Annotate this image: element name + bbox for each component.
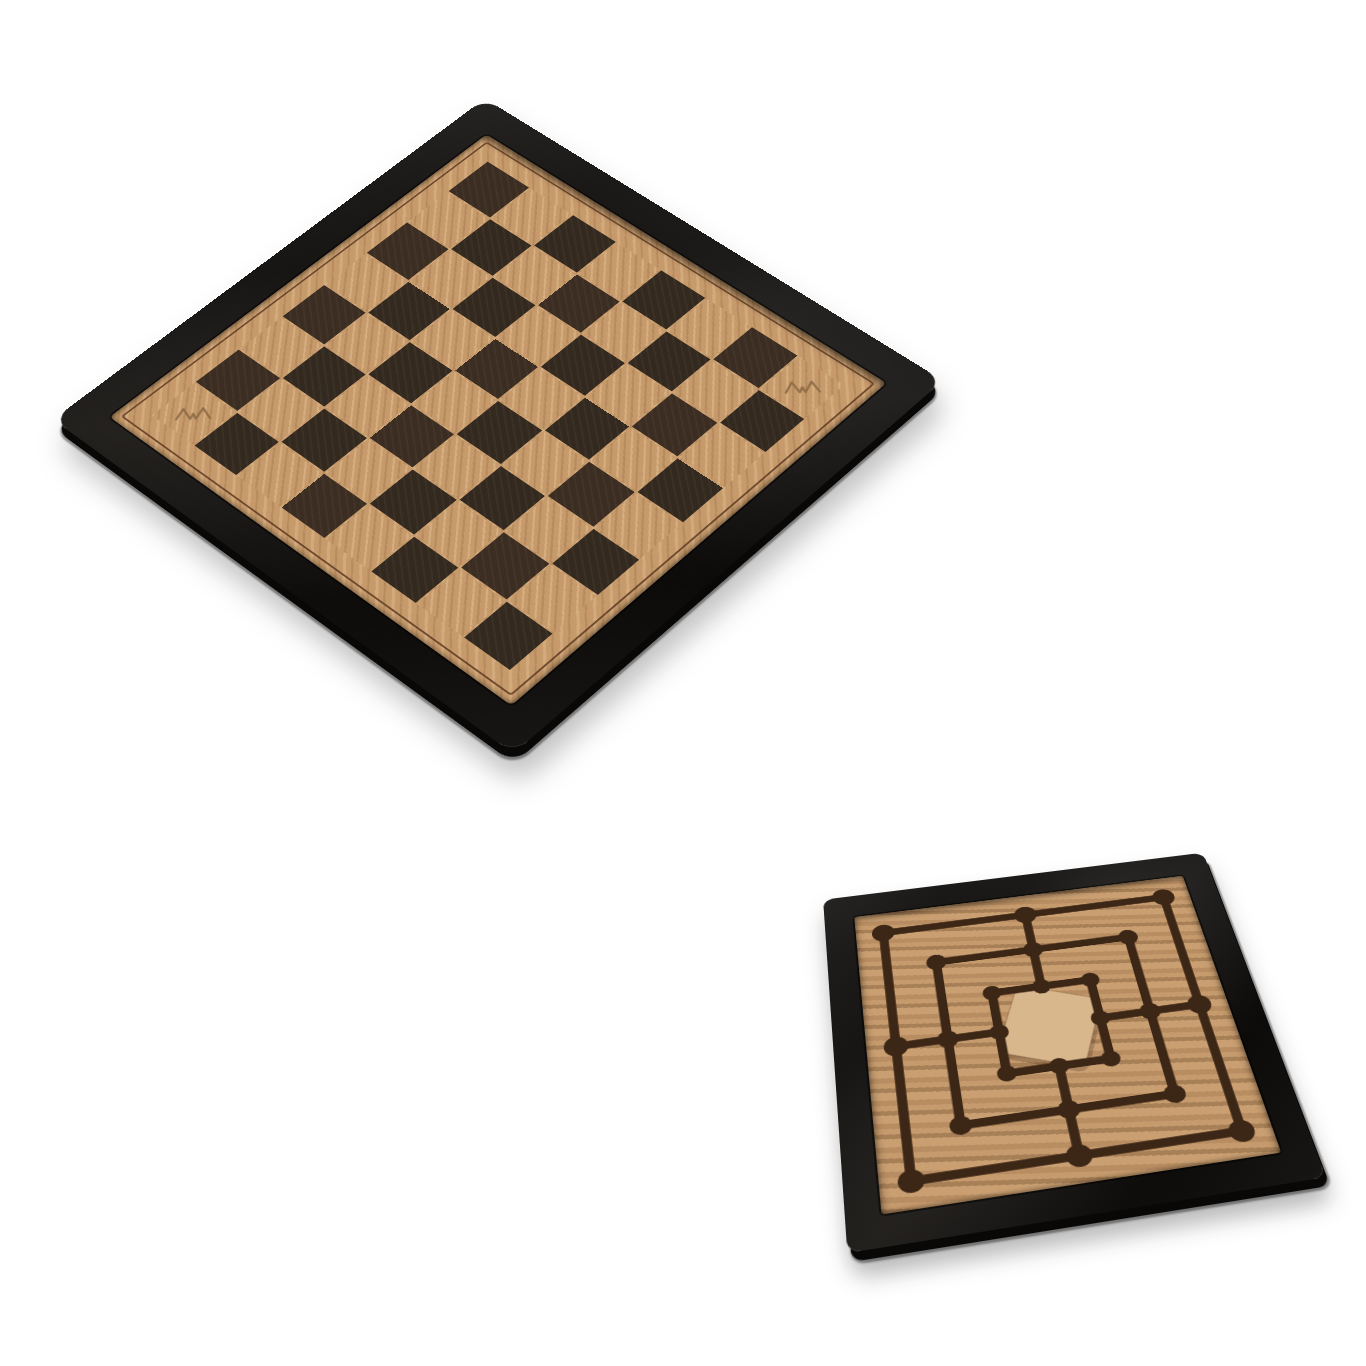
point-g1[interactable] [1226,1118,1258,1143]
point-b4[interactable] [936,1029,960,1049]
point-f2[interactable] [1161,1083,1188,1104]
point-f6[interactable] [1116,929,1140,946]
morris-board [835,810,1265,1240]
point-g4[interactable] [1185,994,1214,1015]
point-e5[interactable] [1079,972,1101,988]
point-d1[interactable] [1064,1143,1095,1169]
point-d6[interactable] [1022,941,1045,958]
chess-wood-border [109,134,886,705]
point-b2[interactable] [948,1115,973,1137]
point-a4[interactable] [883,1035,910,1058]
morris-frame [823,853,1326,1253]
point-d7[interactable] [1013,906,1038,925]
point-b6[interactable] [925,954,947,972]
point-g7[interactable] [1150,888,1176,906]
morris-wood [854,876,1281,1215]
morris-svg [854,876,1281,1215]
chess-board [183,85,813,715]
point-a1[interactable] [897,1168,926,1195]
point-d2[interactable] [1056,1099,1082,1121]
point-f4[interactable] [1138,1002,1163,1021]
point-c5[interactable] [981,985,1002,1002]
chess-frame [53,99,943,754]
product-photo [0,0,1366,1366]
point-e3[interactable] [1099,1050,1122,1068]
point-c3[interactable] [996,1064,1018,1083]
point-a7[interactable] [871,923,895,942]
chess-grid [152,162,844,670]
